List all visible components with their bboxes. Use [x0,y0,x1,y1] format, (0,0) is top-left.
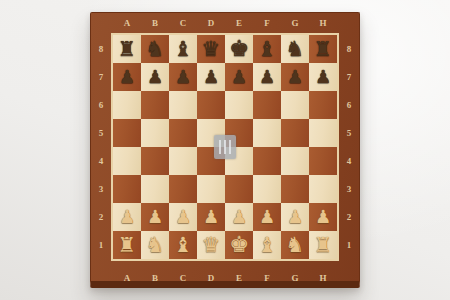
square-c1[interactable]: ♝ [169,231,197,259]
square-g8[interactable]: ♞ [281,35,309,63]
file-label-b-top: B [141,13,169,33]
piece-black-pawn-d7[interactable]: ♟ [203,63,219,91]
file-label-f-bottom: F [253,268,281,288]
rank-label-5-right: 5 [339,119,359,147]
square-h8[interactable]: ♜ [309,35,337,63]
square-g6[interactable] [281,91,309,119]
piece-white-rook-a1[interactable]: ♜ [118,231,137,259]
rank-label-7-right: 7 [339,63,359,91]
rank-label-4-right: 4 [339,147,359,175]
square-f1[interactable]: ♝ [253,231,281,259]
piece-white-pawn-e2[interactable]: ♟ [231,203,247,231]
rank-label-4-left: 4 [91,147,111,175]
square-h3[interactable] [309,175,337,203]
piece-white-pawn-h2[interactable]: ♟ [315,203,331,231]
square-d6[interactable] [197,91,225,119]
file-label-d-bottom: D [197,268,225,288]
square-e1[interactable]: ♚ [225,231,253,259]
square-f5[interactable] [253,119,281,147]
watermark [214,135,236,159]
square-b3[interactable] [141,175,169,203]
piece-black-rook-h8[interactable]: ♜ [314,35,333,63]
square-h2[interactable]: ♟ [309,203,337,231]
file-label-e-bottom: E [225,268,253,288]
rank-label-2-right: 2 [339,203,359,231]
rank-label-1-right: 1 [339,231,359,259]
square-e2[interactable]: ♟ [225,203,253,231]
file-label-e-top: E [225,13,253,33]
piece-black-bishop-f8[interactable]: ♝ [258,35,277,63]
square-g7[interactable]: ♟ [281,63,309,91]
rank-label-3-right: 3 [339,175,359,203]
square-d7[interactable]: ♟ [197,63,225,91]
piece-white-pawn-d2[interactable]: ♟ [203,203,219,231]
file-label-h-top: H [309,13,337,33]
piece-black-rook-a8[interactable]: ♜ [118,35,137,63]
file-label-a-bottom: A [113,268,141,288]
piece-black-pawn-h7[interactable]: ♟ [315,63,331,91]
square-c3[interactable] [169,175,197,203]
square-c7[interactable]: ♟ [169,63,197,91]
square-a6[interactable] [113,91,141,119]
rank-label-3-left: 3 [91,175,111,203]
file-label-h-bottom: H [309,268,337,288]
square-b5[interactable] [141,119,169,147]
file-label-g-top: G [281,13,309,33]
piece-white-bishop-f1[interactable]: ♝ [258,231,277,259]
square-c8[interactable]: ♝ [169,35,197,63]
square-d8[interactable]: ♛ [197,35,225,63]
square-h7[interactable]: ♟ [309,63,337,91]
file-label-c-bottom: C [169,268,197,288]
square-f2[interactable]: ♟ [253,203,281,231]
chess-board: ABCDEFGH ABCDEFGH 87654321 87654321 ♜♞♝♛… [90,12,360,288]
square-h1[interactable]: ♜ [309,231,337,259]
piece-white-pawn-b2[interactable]: ♟ [147,203,163,231]
piece-black-pawn-c7[interactable]: ♟ [175,63,191,91]
piece-white-pawn-c2[interactable]: ♟ [175,203,191,231]
file-labels-bottom: ABCDEFGH [113,268,337,288]
square-h5[interactable] [309,119,337,147]
square-g3[interactable] [281,175,309,203]
piece-white-king-e1[interactable]: ♚ [229,231,249,259]
square-e6[interactable] [225,91,253,119]
piece-white-knight-g1[interactable]: ♞ [286,231,305,259]
chess-board-wrap: ABCDEFGH ABCDEFGH 87654321 87654321 ♜♞♝♛… [90,12,360,288]
square-f3[interactable] [253,175,281,203]
file-label-b-bottom: B [141,268,169,288]
square-a5[interactable] [113,119,141,147]
file-labels-top: ABCDEFGH [113,13,337,33]
file-label-g-bottom: G [281,268,309,288]
rank-label-8-right: 8 [339,35,359,63]
square-h4[interactable] [309,147,337,175]
file-label-a-top: A [113,13,141,33]
piece-black-knight-b8[interactable]: ♞ [146,35,165,63]
rank-label-2-left: 2 [91,203,111,231]
square-g5[interactable] [281,119,309,147]
watermark-logo-icon [219,140,231,154]
square-b7[interactable]: ♟ [141,63,169,91]
rank-label-6-left: 6 [91,91,111,119]
rank-labels-left: 87654321 [91,35,111,259]
square-d2[interactable]: ♟ [197,203,225,231]
square-a4[interactable] [113,147,141,175]
file-label-c-top: C [169,13,197,33]
square-a2[interactable]: ♟ [113,203,141,231]
rank-label-7-left: 7 [91,63,111,91]
square-d3[interactable] [197,175,225,203]
piece-black-pawn-e7[interactable]: ♟ [231,63,247,91]
piece-white-pawn-f2[interactable]: ♟ [259,203,275,231]
rank-label-8-left: 8 [91,35,111,63]
piece-white-rook-h1[interactable]: ♜ [314,231,333,259]
piece-black-pawn-f7[interactable]: ♟ [259,63,275,91]
piece-white-knight-b1[interactable]: ♞ [146,231,165,259]
square-g2[interactable]: ♟ [281,203,309,231]
piece-black-pawn-b7[interactable]: ♟ [147,63,163,91]
rank-label-6-right: 6 [339,91,359,119]
square-a3[interactable] [113,175,141,203]
rank-label-1-left: 1 [91,231,111,259]
piece-black-pawn-a7[interactable]: ♟ [119,63,135,91]
square-c5[interactable] [169,119,197,147]
piece-white-pawn-g2[interactable]: ♟ [287,203,303,231]
rank-labels-right: 87654321 [339,35,359,259]
square-b6[interactable] [141,91,169,119]
square-e7[interactable]: ♟ [225,63,253,91]
piece-white-pawn-a2[interactable]: ♟ [119,203,135,231]
piece-black-king-e8[interactable]: ♚ [229,35,249,63]
square-c4[interactable] [169,147,197,175]
piece-black-pawn-g7[interactable]: ♟ [287,63,303,91]
rank-label-5-left: 5 [91,119,111,147]
square-f8[interactable]: ♝ [253,35,281,63]
square-b2[interactable]: ♟ [141,203,169,231]
square-f4[interactable] [253,147,281,175]
piece-black-knight-g8[interactable]: ♞ [286,35,305,63]
square-d1[interactable]: ♛ [197,231,225,259]
piece-white-queen-d1[interactable]: ♛ [202,231,221,259]
square-b8[interactable]: ♞ [141,35,169,63]
piece-black-bishop-c8[interactable]: ♝ [174,35,193,63]
piece-black-queen-d8[interactable]: ♛ [202,35,221,63]
square-f7[interactable]: ♟ [253,63,281,91]
square-c2[interactable]: ♟ [169,203,197,231]
square-g1[interactable]: ♞ [281,231,309,259]
square-g4[interactable] [281,147,309,175]
square-e3[interactable] [225,175,253,203]
square-b4[interactable] [141,147,169,175]
square-e8[interactable]: ♚ [225,35,253,63]
piece-white-bishop-c1[interactable]: ♝ [174,231,193,259]
file-label-f-top: F [253,13,281,33]
square-a7[interactable]: ♟ [113,63,141,91]
square-h6[interactable] [309,91,337,119]
square-c6[interactable] [169,91,197,119]
square-a1[interactable]: ♜ [113,231,141,259]
file-label-d-top: D [197,13,225,33]
square-f6[interactable] [253,91,281,119]
square-a8[interactable]: ♜ [113,35,141,63]
square-b1[interactable]: ♞ [141,231,169,259]
